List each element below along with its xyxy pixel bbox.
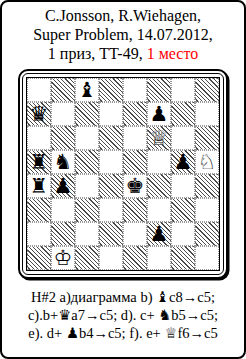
stipulation-line-3: e). d+ ♟b4→c5; f). e+ ♕f6→c5	[2, 324, 244, 342]
square-e1	[123, 246, 147, 270]
square-b1: ♚♔	[51, 246, 75, 270]
black-pawn-icon: ♟	[147, 102, 171, 126]
square-h4	[195, 174, 219, 198]
square-c8: ♝	[75, 78, 99, 102]
square-a7: ♛	[27, 102, 51, 126]
authors-line: C.Jonsson, R.Wiehagen,	[2, 6, 244, 25]
square-e7	[123, 102, 147, 126]
black-pawn-icon: ♟	[51, 174, 75, 198]
square-e8	[123, 78, 147, 102]
square-c1	[75, 246, 99, 270]
page-frame: C.Jonsson, R.Wiehagen, Super Problem, 14…	[0, 0, 246, 359]
black-king-icon: ♚	[123, 174, 147, 198]
square-g7	[171, 102, 195, 126]
square-h8	[195, 78, 219, 102]
square-b8	[51, 78, 75, 102]
square-d2	[99, 222, 123, 246]
square-f4	[147, 174, 171, 198]
black-rook-icon: ♜	[27, 150, 51, 174]
square-g1	[171, 246, 195, 270]
square-d4	[99, 174, 123, 198]
square-h3	[195, 198, 219, 222]
white-queen-icon: ♛♕	[147, 126, 171, 150]
square-b7	[51, 102, 75, 126]
square-a4: ♜	[27, 174, 51, 198]
square-c6	[75, 126, 99, 150]
black-pawn-icon: ♟	[147, 222, 171, 246]
square-f2: ♟	[147, 222, 171, 246]
chessboard-inner-frame: ♝♛♟♛♕♜♞♟♞♘♜♟♚♟♚♔	[22, 73, 224, 275]
square-e6	[123, 126, 147, 150]
square-d1	[99, 246, 123, 270]
square-e5	[123, 150, 147, 174]
square-f8	[147, 78, 171, 102]
chessboard-frame: ♝♛♟♛♕♜♞♟♞♘♜♟♚♟♚♔	[18, 69, 228, 279]
white-king-icon: ♚♔	[51, 246, 75, 270]
black-pawn-icon: ♟	[171, 150, 195, 174]
square-f3	[147, 198, 171, 222]
square-e3	[123, 198, 147, 222]
square-h1	[195, 246, 219, 270]
square-b6	[51, 126, 75, 150]
stipulation-line-1: H#2 a)диаграмма b) ♝c8→c5;	[2, 288, 244, 306]
square-d6	[99, 126, 123, 150]
square-f7: ♟	[147, 102, 171, 126]
square-c5	[75, 150, 99, 174]
black-bishop-icon: ♝	[75, 78, 99, 102]
square-b2	[51, 222, 75, 246]
place-text: 1 место	[147, 45, 199, 62]
square-h6	[195, 126, 219, 150]
square-g6	[171, 126, 195, 150]
square-f1	[147, 246, 171, 270]
square-b4: ♟	[51, 174, 75, 198]
square-c7	[75, 102, 99, 126]
stipulation-line-2: c).b+♛a7→c5; d). c+ ♞b5→c5;	[2, 306, 244, 324]
white-knight-icon: ♞♘	[195, 150, 219, 174]
square-c2	[75, 222, 99, 246]
square-g5: ♟	[171, 150, 195, 174]
square-b5: ♞	[51, 150, 75, 174]
square-e2	[123, 222, 147, 246]
chessboard: ♝♛♟♛♕♜♞♟♞♘♜♟♚♟♚♔	[26, 77, 220, 271]
source-date-line: Super Problem, 14.07.2012,	[2, 25, 244, 44]
square-a1	[27, 246, 51, 270]
square-b3	[51, 198, 75, 222]
square-d3	[99, 198, 123, 222]
square-c3	[75, 198, 99, 222]
square-a5: ♜	[27, 150, 51, 174]
square-c4	[75, 174, 99, 198]
problem-header: C.Jonsson, R.Wiehagen, Super Problem, 14…	[2, 6, 244, 63]
square-a8	[27, 78, 51, 102]
square-a2	[27, 222, 51, 246]
black-rook-icon: ♜	[27, 174, 51, 198]
award-text: 1 приз, TT-49,	[48, 45, 147, 62]
square-a3	[27, 198, 51, 222]
square-g8	[171, 78, 195, 102]
square-f5	[147, 150, 171, 174]
square-g4	[171, 174, 195, 198]
square-e4: ♚	[123, 174, 147, 198]
black-queen-icon: ♛	[27, 102, 51, 126]
award-line: 1 приз, TT-49, 1 место	[2, 44, 244, 63]
black-knight-icon: ♞	[51, 150, 75, 174]
square-h5: ♞♘	[195, 150, 219, 174]
square-d7	[99, 102, 123, 126]
square-d5	[99, 150, 123, 174]
square-h7	[195, 102, 219, 126]
square-h2	[195, 222, 219, 246]
stipulation: H#2 a)диаграмма b) ♝c8→c5; c).b+♛a7→c5; …	[2, 288, 244, 342]
square-f6: ♛♕	[147, 126, 171, 150]
square-d8	[99, 78, 123, 102]
square-g2	[171, 222, 195, 246]
square-a6	[27, 126, 51, 150]
square-g3	[171, 198, 195, 222]
